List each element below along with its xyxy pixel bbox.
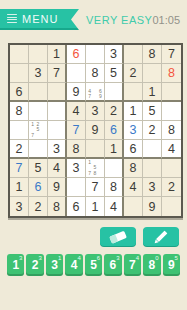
numpad-digit: 7 bbox=[129, 258, 136, 272]
cell-r4c1[interactable]: 8 bbox=[10, 102, 29, 121]
cell-r3c1[interactable]: 6 bbox=[10, 83, 29, 102]
timer-label: 01:05 bbox=[152, 14, 180, 26]
cell-r9c9[interactable] bbox=[162, 197, 181, 216]
cell-r4c9[interactable] bbox=[162, 102, 181, 121]
cell-r5c2[interactable]: 1257 bbox=[29, 121, 48, 140]
cell-r2c9[interactable]: 8 bbox=[162, 64, 181, 83]
cell-r7c8[interactable] bbox=[143, 159, 162, 178]
cell-r6c1[interactable]: 2 bbox=[10, 140, 29, 159]
cell-r2c1[interactable] bbox=[10, 64, 29, 83]
cell-r5c4[interactable]: 7 bbox=[67, 121, 86, 140]
cell-r1c7[interactable] bbox=[124, 45, 143, 64]
cell-r2c8[interactable] bbox=[143, 64, 162, 83]
numpad-button-8[interactable]: 80 bbox=[143, 254, 160, 276]
cell-r3c2[interactable] bbox=[29, 83, 48, 102]
cell-r3c9[interactable] bbox=[162, 83, 181, 102]
numpad-digit: 3 bbox=[51, 258, 58, 272]
cell-r1c6[interactable]: 3 bbox=[105, 45, 124, 64]
numpad-digit: 9 bbox=[168, 258, 175, 272]
cell-r5c5[interactable]: 9 bbox=[86, 121, 105, 140]
numpad-remaining-count: 4 bbox=[136, 255, 139, 261]
cell-r1c1[interactable] bbox=[10, 45, 29, 64]
cell-r7c9[interactable] bbox=[162, 159, 181, 178]
cell-r8c4[interactable] bbox=[67, 178, 86, 197]
numpad-button-6[interactable]: 63 bbox=[104, 254, 121, 276]
cell-r8c5[interactable]: 7 bbox=[86, 178, 105, 197]
numpad-digit: 6 bbox=[110, 258, 117, 272]
numpad-button-5[interactable]: 56 bbox=[85, 254, 102, 276]
cell-r8c8[interactable]: 3 bbox=[143, 178, 162, 197]
cell-r6c7[interactable]: 6 bbox=[124, 140, 143, 159]
cell-r5c6[interactable]: 6 bbox=[105, 121, 124, 140]
cell-r9c3[interactable]: 8 bbox=[48, 197, 67, 216]
hamburger-icon bbox=[7, 14, 17, 23]
cell-r7c7[interactable]: 8 bbox=[124, 159, 143, 178]
cell-r8c7[interactable]: 4 bbox=[124, 178, 143, 197]
cell-r4c6[interactable]: 2 bbox=[105, 102, 124, 121]
cell-r9c4[interactable]: 6 bbox=[67, 197, 86, 216]
tool-buttons bbox=[100, 227, 179, 246]
cell-r8c3[interactable]: 9 bbox=[48, 178, 67, 197]
cell-r8c2[interactable]: 6 bbox=[29, 178, 48, 197]
numpad-digit: 8 bbox=[148, 258, 155, 272]
cell-r4c7[interactable]: 1 bbox=[124, 102, 143, 121]
cell-r6c6[interactable]: 1 bbox=[105, 140, 124, 159]
eraser-button[interactable] bbox=[100, 227, 136, 246]
cell-r3c4[interactable]: 9 bbox=[67, 83, 86, 102]
cell-r6c2[interactable] bbox=[29, 140, 48, 159]
numpad-remaining-count: 4 bbox=[77, 255, 80, 261]
cell-r2c2[interactable]: 3 bbox=[29, 64, 48, 83]
numpad-button-2[interactable]: 23 bbox=[26, 254, 43, 276]
cell-r1c3[interactable]: 1 bbox=[48, 45, 67, 64]
cell-r5c9[interactable]: 8 bbox=[162, 121, 181, 140]
difficulty-label: VERY EASY bbox=[86, 14, 152, 26]
cell-r7c2[interactable]: 5 bbox=[29, 159, 48, 178]
cell-r9c7[interactable] bbox=[124, 197, 143, 216]
menu-label: MENU bbox=[22, 13, 58, 25]
cell-r2c4[interactable] bbox=[67, 64, 86, 83]
pencil-notes: 1257 bbox=[30, 122, 46, 138]
cell-r4c3[interactable] bbox=[48, 102, 67, 121]
cell-r5c1[interactable] bbox=[10, 121, 29, 140]
sudoku-board: 1638737852869467918432151257796328238164… bbox=[8, 43, 183, 218]
eraser-icon bbox=[106, 230, 130, 244]
pencil-icon bbox=[149, 230, 173, 244]
cell-r9c8[interactable]: 9 bbox=[143, 197, 162, 216]
numpad-remaining-count: 6 bbox=[97, 255, 100, 261]
cell-r3c7[interactable] bbox=[124, 83, 143, 102]
cell-r1c4[interactable]: 6 bbox=[67, 45, 86, 64]
header: MENU VERY EASY 01:05 bbox=[0, 0, 187, 32]
numpad-button-4[interactable]: 44 bbox=[65, 254, 82, 276]
numpad-digit: 1 bbox=[12, 258, 19, 272]
numpad-digit: 2 bbox=[32, 258, 39, 272]
pencil-notes: 4679 bbox=[87, 84, 103, 99]
numpad-remaining-count: 1 bbox=[58, 255, 61, 261]
numpad-remaining-count: 3 bbox=[19, 255, 22, 261]
cell-r7c3[interactable]: 4 bbox=[48, 159, 67, 178]
cell-r4c2[interactable] bbox=[29, 102, 48, 121]
cell-r6c4[interactable]: 8 bbox=[67, 140, 86, 159]
menu-button[interactable]: MENU bbox=[0, 9, 79, 30]
cell-r3c8[interactable]: 1 bbox=[143, 83, 162, 102]
cell-r6c3[interactable]: 3 bbox=[48, 140, 67, 159]
cell-r7c5[interactable]: 1578 bbox=[86, 159, 105, 178]
cell-r2c5[interactable]: 8 bbox=[86, 64, 105, 83]
cell-r7c1[interactable]: 7 bbox=[10, 159, 29, 178]
cell-r6c9[interactable]: 4 bbox=[162, 140, 181, 159]
numpad-button-9[interactable]: 95 bbox=[163, 254, 180, 276]
cell-r5c8[interactable]: 2 bbox=[143, 121, 162, 140]
numpad-digit: 4 bbox=[71, 258, 78, 272]
cell-r6c8[interactable] bbox=[143, 140, 162, 159]
numpad-digit: 5 bbox=[90, 258, 97, 272]
cell-r9c1[interactable]: 3 bbox=[10, 197, 29, 216]
cell-r3c3[interactable] bbox=[48, 83, 67, 102]
cell-r8c6[interactable]: 8 bbox=[105, 178, 124, 197]
cell-r3c6[interactable] bbox=[105, 83, 124, 102]
cell-r1c2[interactable] bbox=[29, 45, 48, 64]
cell-r9c5[interactable]: 1 bbox=[86, 197, 105, 216]
cell-r1c9[interactable]: 7 bbox=[162, 45, 181, 64]
cell-r5c7[interactable]: 3 bbox=[124, 121, 143, 140]
numpad-button-1[interactable]: 13 bbox=[7, 254, 24, 276]
cell-r4c4[interactable]: 4 bbox=[67, 102, 86, 121]
cell-r2c6[interactable]: 5 bbox=[105, 64, 124, 83]
cell-r5c3[interactable] bbox=[48, 121, 67, 140]
sudoku-app: { "game": "sudoku", "header": { "menu": … bbox=[0, 0, 187, 310]
numpad-remaining-count: 3 bbox=[39, 255, 42, 261]
numpad-remaining-count: 3 bbox=[116, 255, 119, 261]
numpad: 132331445663748095 bbox=[7, 254, 180, 276]
numpad-remaining-count: 0 bbox=[155, 255, 158, 261]
cell-r9c6[interactable]: 4 bbox=[105, 197, 124, 216]
cell-r8c1[interactable]: 1 bbox=[10, 178, 29, 197]
cell-r2c3[interactable]: 7 bbox=[48, 64, 67, 83]
numpad-button-7[interactable]: 74 bbox=[124, 254, 141, 276]
pencil-button[interactable] bbox=[143, 227, 179, 246]
cell-r6c5[interactable] bbox=[86, 140, 105, 159]
cell-r4c8[interactable]: 5 bbox=[143, 102, 162, 121]
numpad-remaining-count: 5 bbox=[175, 255, 178, 261]
cell-r2c7[interactable]: 2 bbox=[124, 64, 143, 83]
cell-r7c6[interactable] bbox=[105, 159, 124, 178]
cell-r1c5[interactable] bbox=[86, 45, 105, 64]
cell-r9c2[interactable]: 2 bbox=[29, 197, 48, 216]
cell-r8c9[interactable]: 2 bbox=[162, 178, 181, 197]
pencil-notes: 1578 bbox=[87, 160, 103, 176]
cell-r1c8[interactable]: 8 bbox=[143, 45, 162, 64]
cell-r3c5[interactable]: 4679 bbox=[86, 83, 105, 102]
numpad-button-3[interactable]: 31 bbox=[46, 254, 63, 276]
cell-r7c4[interactable]: 3 bbox=[67, 159, 86, 178]
cell-r4c5[interactable]: 3 bbox=[86, 102, 105, 121]
